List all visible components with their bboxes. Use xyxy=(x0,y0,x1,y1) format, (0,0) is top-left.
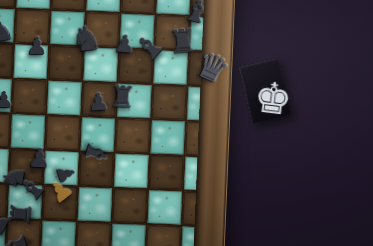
piece-pawn-c5-edge: ♟ xyxy=(0,87,15,111)
piece-knight-c7-edge: ♞ xyxy=(0,13,17,46)
king-glyph: ♚ xyxy=(252,76,294,122)
piece-knight-e6: ♞ xyxy=(68,17,106,58)
knight-glyph: ♞ xyxy=(70,20,104,57)
photo-scene: ♞♝♟♞♟♝♜♛♟♟♜♟♝♟♞♝♟♜♟♝♚ xyxy=(0,0,373,246)
pawn-glyph: ♟ xyxy=(26,34,48,58)
pawn-glyph: ♟ xyxy=(0,89,14,111)
piece-bishop-fallen-e4: ♝ xyxy=(78,135,116,171)
bishop-glyph: ♝ xyxy=(79,137,113,170)
piece-rook-g5: ♜ xyxy=(107,78,139,113)
piece-pawn-d6: ♟ xyxy=(25,32,49,58)
piece-silver-king-on-plinth: ♚ xyxy=(249,72,296,123)
rook-glyph: ♜ xyxy=(108,81,137,113)
piece-rook-h6: ♜ xyxy=(165,21,200,59)
knight-glyph: ♞ xyxy=(0,16,16,46)
rook-glyph: ♜ xyxy=(167,24,198,58)
pieces-layer: ♞♝♟♞♟♝♜♛♟♟♜♟♝♟♞♝♟♜♟♝♚ xyxy=(0,0,373,246)
